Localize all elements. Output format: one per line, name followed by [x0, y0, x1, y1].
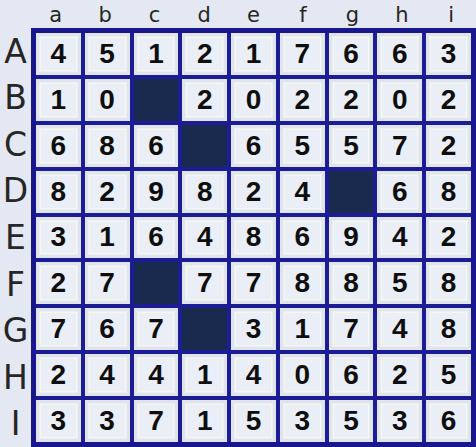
cell-Ee[interactable]: 8 [231, 217, 276, 259]
cell-Dd[interactable]: 8 [182, 171, 227, 213]
cell-Eg[interactable]: 9 [329, 217, 374, 259]
cell-Ch[interactable]: 7 [377, 125, 422, 167]
cell-Ha[interactable]: 2 [36, 354, 81, 396]
puzzle-board: 4512176631020220268665572829824683164869… [31, 28, 476, 447]
cell-Cg[interactable]: 5 [329, 125, 374, 167]
cell-Ae[interactable]: 1 [231, 33, 276, 75]
cell-Ia[interactable]: 3 [36, 400, 81, 442]
cell-Cf[interactable]: 5 [280, 125, 325, 167]
cell-Da[interactable]: 8 [36, 171, 81, 213]
row-label-H: H [0, 361, 31, 394]
cell-Hb[interactable]: 4 [85, 354, 130, 396]
cell-Ab[interactable]: 5 [85, 33, 130, 75]
cell-Ec[interactable]: 6 [134, 217, 179, 259]
column-label-d: d [179, 5, 228, 28]
cell-Cb[interactable]: 8 [85, 125, 130, 167]
column-label-g: g [328, 5, 377, 28]
cell-Hf[interactable]: 0 [280, 354, 325, 396]
cell-Eh[interactable]: 4 [377, 217, 422, 259]
cell-Ai[interactable]: 3 [426, 33, 471, 75]
cell-Ge[interactable]: 3 [231, 308, 276, 350]
row-label-G: G [0, 314, 31, 347]
cell-Gd[interactable] [182, 308, 227, 350]
column-label-i: i [427, 5, 476, 28]
row-label-I: I [0, 407, 31, 440]
cell-Bf[interactable]: 2 [280, 79, 325, 121]
cell-Ef[interactable]: 6 [280, 217, 325, 259]
cell-Ga[interactable]: 7 [36, 308, 81, 350]
cell-Gg[interactable]: 7 [329, 308, 374, 350]
cell-Cc[interactable]: 6 [134, 125, 179, 167]
cell-Ic[interactable]: 7 [134, 400, 179, 442]
cell-Ca[interactable]: 6 [36, 125, 81, 167]
cell-Ib[interactable]: 3 [85, 400, 130, 442]
cell-Bh[interactable]: 0 [377, 79, 422, 121]
cell-Bg[interactable]: 2 [329, 79, 374, 121]
cell-Ii[interactable]: 6 [426, 400, 471, 442]
cell-Fi[interactable]: 8 [426, 262, 471, 304]
cell-Db[interactable]: 2 [85, 171, 130, 213]
cell-Ba[interactable]: 1 [36, 79, 81, 121]
cell-Ed[interactable]: 4 [182, 217, 227, 259]
cell-Ci[interactable]: 2 [426, 125, 471, 167]
cell-Fd[interactable]: 7 [182, 262, 227, 304]
column-label-b: b [80, 5, 129, 28]
cell-Ag[interactable]: 6 [329, 33, 374, 75]
cell-Hg[interactable]: 6 [329, 354, 374, 396]
cell-Ei[interactable]: 2 [426, 217, 471, 259]
cell-Ig[interactable]: 5 [329, 400, 374, 442]
row-label-D: D [0, 174, 31, 207]
cell-Df[interactable]: 4 [280, 171, 325, 213]
cell-Fb[interactable]: 7 [85, 262, 130, 304]
cell-Gh[interactable]: 4 [377, 308, 422, 350]
cell-Hh[interactable]: 2 [377, 354, 422, 396]
cell-Ea[interactable]: 3 [36, 217, 81, 259]
row-label-C: C [0, 128, 31, 161]
row-label-E: E [0, 221, 31, 254]
cell-Di[interactable]: 8 [426, 171, 471, 213]
row-labels: ABCDEFGHI [0, 28, 31, 447]
column-label-a: a [31, 5, 80, 28]
cell-Hi[interactable]: 5 [426, 354, 471, 396]
cell-Ff[interactable]: 8 [280, 262, 325, 304]
row-label-F: F [0, 268, 31, 301]
cell-Dc[interactable]: 9 [134, 171, 179, 213]
cell-Bi[interactable]: 2 [426, 79, 471, 121]
cell-Ce[interactable]: 6 [231, 125, 276, 167]
cell-Eb[interactable]: 1 [85, 217, 130, 259]
cell-Fe[interactable]: 7 [231, 262, 276, 304]
cell-Gf[interactable]: 1 [280, 308, 325, 350]
cell-Fc[interactable] [134, 262, 179, 304]
cell-Fg[interactable]: 8 [329, 262, 374, 304]
cell-Hd[interactable]: 1 [182, 354, 227, 396]
column-labels: abcdefghi [31, 0, 476, 28]
corner-spacer [0, 0, 31, 28]
row-label-A: A [0, 35, 31, 68]
cell-De[interactable]: 2 [231, 171, 276, 213]
cell-Ih[interactable]: 3 [377, 400, 422, 442]
column-label-c: c [130, 5, 179, 28]
cell-Cd[interactable] [182, 125, 227, 167]
cell-Dg[interactable] [329, 171, 374, 213]
puzzle-page: abcdefghi ABCDEFGHI 45121766310202202686… [0, 0, 476, 447]
cell-He[interactable]: 4 [231, 354, 276, 396]
cell-Hc[interactable]: 4 [134, 354, 179, 396]
column-label-f: f [278, 5, 327, 28]
cell-Gb[interactable]: 6 [85, 308, 130, 350]
cell-Gi[interactable]: 8 [426, 308, 471, 350]
cell-Ie[interactable]: 5 [231, 400, 276, 442]
cell-Af[interactable]: 7 [280, 33, 325, 75]
cell-Dh[interactable]: 6 [377, 171, 422, 213]
cell-Id[interactable]: 1 [182, 400, 227, 442]
cell-Bc[interactable] [134, 79, 179, 121]
cell-Bd[interactable]: 2 [182, 79, 227, 121]
cell-Ac[interactable]: 1 [134, 33, 179, 75]
cell-Be[interactable]: 0 [231, 79, 276, 121]
column-label-h: h [377, 5, 426, 28]
cell-Fh[interactable]: 5 [377, 262, 422, 304]
cell-Ad[interactable]: 2 [182, 33, 227, 75]
column-label-e: e [229, 5, 278, 28]
cell-Gc[interactable]: 7 [134, 308, 179, 350]
cell-If[interactable]: 3 [280, 400, 325, 442]
cell-Fa[interactable]: 2 [36, 262, 81, 304]
row-label-B: B [0, 81, 31, 114]
cell-Aa[interactable]: 4 [36, 33, 81, 75]
cell-Ah[interactable]: 6 [377, 33, 422, 75]
cell-Bb[interactable]: 0 [85, 79, 130, 121]
